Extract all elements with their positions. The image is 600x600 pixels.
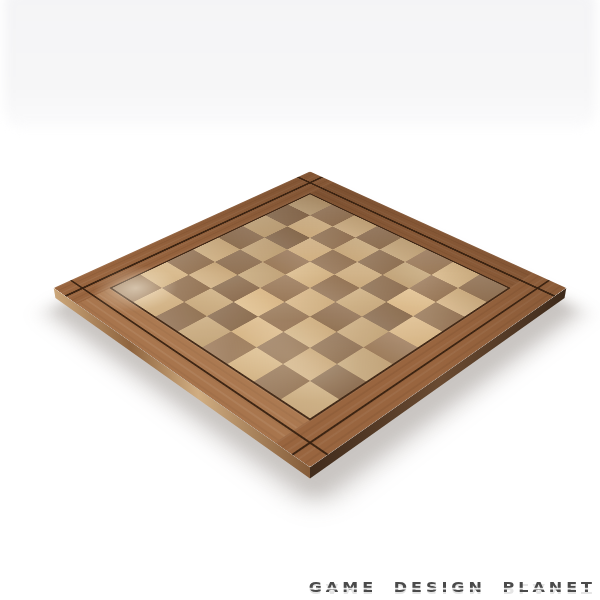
watermark-logo-reflection: GAME DESIGN PLANET — [309, 580, 596, 597]
board-top-face — [54, 172, 567, 468]
chessboard — [55, 180, 564, 478]
scene — [0, 0, 600, 600]
